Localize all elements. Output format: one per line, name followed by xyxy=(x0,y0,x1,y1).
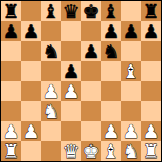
square-d6[interactable] xyxy=(61,41,81,61)
square-f3[interactable] xyxy=(101,101,121,121)
square-a1[interactable]: ♜ xyxy=(1,141,21,161)
square-d2[interactable] xyxy=(61,121,81,141)
square-g7[interactable]: ♟ xyxy=(121,21,141,41)
square-d1[interactable]: ♛ xyxy=(61,141,81,161)
piece-white-pawn: ♟ xyxy=(42,81,59,101)
piece-black-knight: ♞ xyxy=(42,41,59,61)
piece-white-pawn: ♟ xyxy=(2,121,19,141)
square-e2[interactable] xyxy=(81,121,101,141)
square-a7[interactable]: ♟ xyxy=(1,21,21,41)
piece-white-queen: ♛ xyxy=(62,141,79,161)
piece-black-pawn: ♟ xyxy=(2,21,19,41)
square-b1[interactable] xyxy=(21,141,41,161)
square-g2[interactable]: ♟ xyxy=(121,121,141,141)
square-c5[interactable] xyxy=(41,61,61,81)
square-b3[interactable] xyxy=(21,101,41,121)
square-g8[interactable] xyxy=(121,1,141,21)
square-h4[interactable] xyxy=(141,81,161,101)
piece-black-pawn: ♟ xyxy=(82,41,99,61)
square-e8[interactable]: ♚ xyxy=(81,1,101,21)
piece-white-king: ♚ xyxy=(82,141,99,161)
square-h7[interactable]: ♟ xyxy=(141,21,161,41)
square-f5[interactable] xyxy=(101,61,121,81)
piece-black-pawn: ♟ xyxy=(142,21,159,41)
piece-black-rook: ♜ xyxy=(2,1,19,21)
square-e1[interactable]: ♚ xyxy=(81,141,101,161)
square-h1[interactable]: ♜ xyxy=(141,141,161,161)
square-f7[interactable]: ♟ xyxy=(101,21,121,41)
piece-black-pawn: ♟ xyxy=(22,21,39,41)
square-f6[interactable]: ♞ xyxy=(101,41,121,61)
square-h2[interactable]: ♟ xyxy=(141,121,161,141)
piece-white-knight: ♞ xyxy=(42,101,59,121)
square-g5[interactable]: ♝ xyxy=(121,61,141,81)
square-g3[interactable] xyxy=(121,101,141,121)
square-b8[interactable] xyxy=(21,1,41,21)
piece-black-pawn: ♟ xyxy=(122,21,139,41)
square-a8[interactable]: ♜ xyxy=(1,1,21,21)
square-h6[interactable] xyxy=(141,41,161,61)
square-a2[interactable]: ♟ xyxy=(1,121,21,141)
square-e6[interactable]: ♟ xyxy=(81,41,101,61)
square-e3[interactable] xyxy=(81,101,101,121)
square-a4[interactable] xyxy=(1,81,21,101)
piece-black-bishop: ♝ xyxy=(42,1,59,21)
square-a5[interactable] xyxy=(1,61,21,81)
square-c4[interactable]: ♟ xyxy=(41,81,61,101)
piece-white-knight: ♞ xyxy=(122,141,139,161)
square-g6[interactable] xyxy=(121,41,141,61)
square-d3[interactable] xyxy=(61,101,81,121)
square-d7[interactable] xyxy=(61,21,81,41)
piece-black-rook: ♜ xyxy=(142,1,159,21)
square-g1[interactable]: ♞ xyxy=(121,141,141,161)
square-e4[interactable] xyxy=(81,81,101,101)
square-c8[interactable]: ♝ xyxy=(41,1,61,21)
square-e5[interactable] xyxy=(81,61,101,81)
piece-white-pawn: ♟ xyxy=(22,121,39,141)
piece-white-pawn: ♟ xyxy=(62,81,79,101)
square-f2[interactable]: ♟ xyxy=(101,121,121,141)
piece-white-rook: ♜ xyxy=(2,141,19,161)
piece-white-pawn: ♟ xyxy=(102,121,119,141)
piece-black-bishop: ♝ xyxy=(102,1,119,21)
square-g4[interactable] xyxy=(121,81,141,101)
piece-black-pawn: ♟ xyxy=(102,21,119,41)
piece-white-pawn: ♟ xyxy=(142,121,159,141)
square-h5[interactable] xyxy=(141,61,161,81)
square-b5[interactable] xyxy=(21,61,41,81)
chess-board: ♜♝♛♚♝♜♟♟♟♟♟♞♟♞♟♝♟♟♞♟♟♟♟♟♜♛♚♝♞♜ xyxy=(0,0,162,162)
square-f4[interactable] xyxy=(101,81,121,101)
piece-black-pawn: ♟ xyxy=(62,61,79,81)
square-c2[interactable] xyxy=(41,121,61,141)
square-h3[interactable] xyxy=(141,101,161,121)
square-b4[interactable] xyxy=(21,81,41,101)
square-c3[interactable]: ♞ xyxy=(41,101,61,121)
piece-black-queen: ♛ xyxy=(62,1,79,21)
square-c6[interactable]: ♞ xyxy=(41,41,61,61)
square-e7[interactable] xyxy=(81,21,101,41)
square-d4[interactable]: ♟ xyxy=(61,81,81,101)
square-b7[interactable]: ♟ xyxy=(21,21,41,41)
square-b6[interactable] xyxy=(21,41,41,61)
square-c1[interactable] xyxy=(41,141,61,161)
piece-black-knight: ♞ xyxy=(102,41,119,61)
square-b2[interactable]: ♟ xyxy=(21,121,41,141)
square-f1[interactable]: ♝ xyxy=(101,141,121,161)
square-f8[interactable]: ♝ xyxy=(101,1,121,21)
piece-white-rook: ♜ xyxy=(142,141,159,161)
piece-black-king: ♚ xyxy=(82,1,99,21)
square-h8[interactable]: ♜ xyxy=(141,1,161,21)
square-d5[interactable]: ♟ xyxy=(61,61,81,81)
square-a3[interactable] xyxy=(1,101,21,121)
square-c7[interactable] xyxy=(41,21,61,41)
square-d8[interactable]: ♛ xyxy=(61,1,81,21)
piece-white-bishop: ♝ xyxy=(122,61,139,81)
piece-white-bishop: ♝ xyxy=(102,141,119,161)
square-a6[interactable] xyxy=(1,41,21,61)
piece-white-pawn: ♟ xyxy=(122,121,139,141)
